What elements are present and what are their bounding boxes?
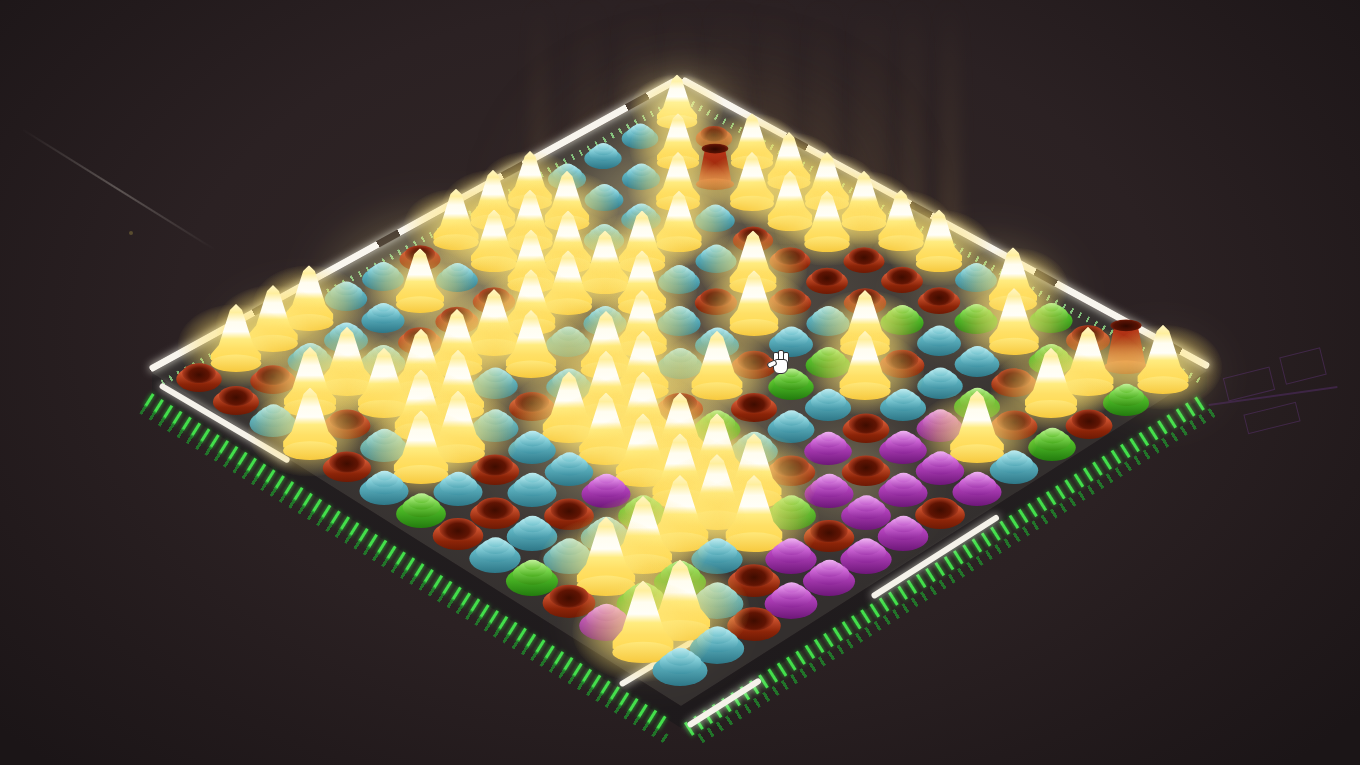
piece-13-13-T[interactable] xyxy=(652,636,707,686)
light-scratch-streak xyxy=(21,128,215,251)
circuit-trace xyxy=(1223,367,1275,402)
circuit-trace-line xyxy=(1208,386,1337,406)
piece-2-0-T[interactable] xyxy=(585,135,622,169)
circuit-trace xyxy=(1243,402,1300,434)
dust-speck xyxy=(129,231,133,235)
circuit-trace xyxy=(1279,347,1327,384)
piece-1-6-R[interactable] xyxy=(844,235,885,272)
game-scene xyxy=(0,0,1360,765)
